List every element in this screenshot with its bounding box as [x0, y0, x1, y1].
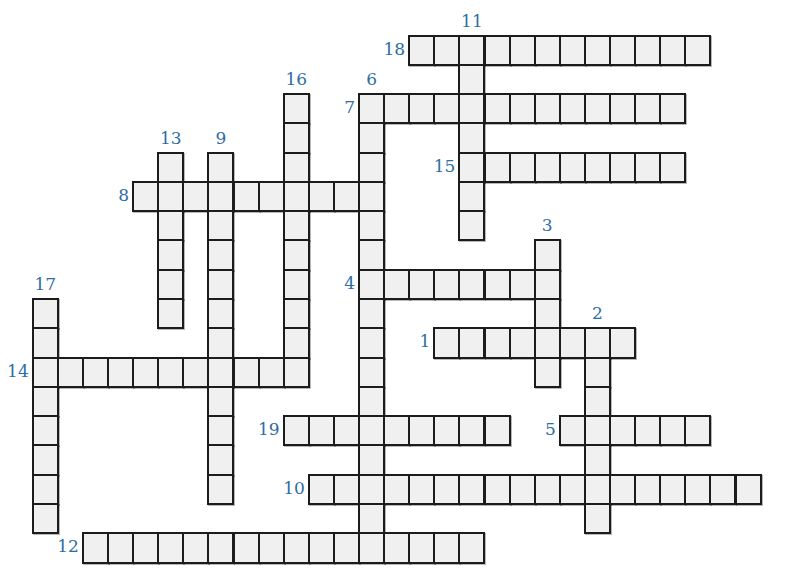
grid-cell[interactable] — [283, 152, 310, 183]
grid-cell[interactable] — [358, 239, 385, 270]
grid-cell[interactable] — [308, 474, 335, 505]
grid-cell[interactable] — [634, 152, 661, 183]
grid-cell[interactable] — [584, 474, 611, 505]
grid-cell[interactable] — [207, 327, 234, 358]
grid-cell[interactable] — [609, 415, 636, 446]
grid-cell[interactable] — [308, 181, 335, 212]
grid-cell[interactable] — [559, 415, 586, 446]
grid-cell[interactable] — [132, 532, 159, 563]
grid-cell[interactable] — [157, 269, 184, 300]
grid-cell[interactable] — [207, 269, 234, 300]
grid-cell[interactable] — [308, 532, 335, 563]
grid-cell[interactable] — [484, 93, 511, 124]
grid-cell[interactable] — [107, 357, 134, 388]
grid-cell[interactable] — [408, 269, 435, 300]
grid-cell[interactable] — [157, 298, 184, 329]
grid-cell[interactable] — [458, 532, 485, 563]
grid-cell[interactable] — [233, 532, 260, 563]
grid-cell[interactable] — [458, 327, 485, 358]
grid-cell[interactable] — [283, 239, 310, 270]
grid-cell[interactable] — [559, 152, 586, 183]
grid-cell[interactable] — [207, 415, 234, 446]
grid-cell[interactable] — [509, 152, 536, 183]
grid-cell[interactable] — [534, 152, 561, 183]
grid-cell[interactable] — [458, 181, 485, 212]
grid-cell[interactable] — [283, 415, 310, 446]
grid-cell[interactable] — [32, 415, 59, 446]
grid-cell[interactable] — [358, 298, 385, 329]
grid-cell[interactable] — [82, 357, 109, 388]
clue-number-down-16: 16 — [276, 68, 317, 90]
grid-cell[interactable] — [383, 269, 410, 300]
grid-cell[interactable] — [207, 210, 234, 241]
grid-cell[interactable] — [584, 357, 611, 388]
grid-cell[interactable] — [534, 357, 561, 388]
grid-cell[interactable] — [458, 152, 485, 183]
grid-cell[interactable] — [283, 210, 310, 241]
grid-cell[interactable] — [383, 93, 410, 124]
crossword-board: 14578101214151819236911131617 — [0, 0, 788, 586]
grid-cell[interactable] — [484, 415, 511, 446]
grid-cell[interactable] — [333, 532, 360, 563]
grid-cell[interactable] — [132, 357, 159, 388]
grid-cell[interactable] — [132, 181, 159, 212]
grid-cell[interactable] — [609, 35, 636, 66]
grid-cell[interactable] — [358, 532, 385, 563]
grid-cell[interactable] — [709, 474, 736, 505]
grid-cell[interactable] — [233, 357, 260, 388]
clue-number-down-6: 6 — [351, 68, 392, 90]
clue-number-across-14: 14 — [0, 357, 29, 386]
clue-number-down-11: 11 — [451, 10, 492, 32]
clue-number-across-12: 12 — [45, 532, 79, 561]
grid-cell[interactable] — [433, 35, 460, 66]
grid-cell[interactable] — [32, 503, 59, 534]
grid-cell[interactable] — [559, 474, 586, 505]
grid-cell[interactable] — [509, 93, 536, 124]
grid-cell[interactable] — [509, 269, 536, 300]
grid-cell[interactable] — [207, 298, 234, 329]
grid-cell[interactable] — [157, 210, 184, 241]
grid-cell[interactable] — [433, 269, 460, 300]
grid-cell[interactable] — [408, 474, 435, 505]
grid-cell[interactable] — [484, 152, 511, 183]
grid-cell[interactable] — [684, 35, 711, 66]
grid-cell[interactable] — [559, 35, 586, 66]
grid-cell[interactable] — [157, 181, 184, 212]
grid-cell[interactable] — [283, 122, 310, 153]
grid-cell[interactable] — [333, 415, 360, 446]
grid-cell[interactable] — [584, 327, 611, 358]
grid-cell[interactable] — [484, 327, 511, 358]
grid-cell[interactable] — [207, 444, 234, 475]
grid-cell[interactable] — [408, 532, 435, 563]
grid-cell[interactable] — [182, 532, 209, 563]
grid-cell[interactable] — [283, 269, 310, 300]
grid-cell[interactable] — [32, 386, 59, 417]
grid-cell[interactable] — [258, 532, 285, 563]
grid-cell[interactable] — [534, 327, 561, 358]
grid-cell[interactable] — [458, 269, 485, 300]
clue-number-across-18: 18 — [371, 35, 405, 64]
grid-cell[interactable] — [534, 269, 561, 300]
grid-cell[interactable] — [408, 93, 435, 124]
grid-cell[interactable] — [233, 181, 260, 212]
clue-number-down-3: 3 — [527, 214, 568, 236]
grid-cell[interactable] — [634, 35, 661, 66]
grid-cell[interactable] — [458, 210, 485, 241]
grid-cell[interactable] — [634, 415, 661, 446]
grid-cell[interactable] — [433, 93, 460, 124]
grid-cell[interactable] — [484, 474, 511, 505]
grid-cell[interactable] — [258, 357, 285, 388]
grid-cell[interactable] — [207, 386, 234, 417]
grid-cell[interactable] — [433, 532, 460, 563]
grid-cell[interactable] — [258, 181, 285, 212]
grid-cell[interactable] — [207, 152, 234, 183]
grid-cell[interactable] — [32, 474, 59, 505]
clue-number-down-2: 2 — [577, 302, 618, 324]
grid-cell[interactable] — [584, 444, 611, 475]
grid-cell[interactable] — [659, 35, 686, 66]
grid-cell[interactable] — [433, 415, 460, 446]
grid-cell[interactable] — [534, 239, 561, 270]
grid-cell[interactable] — [584, 93, 611, 124]
grid-cell[interactable] — [283, 93, 310, 124]
grid-cell[interactable] — [157, 152, 184, 183]
grid-cell[interactable] — [283, 357, 310, 388]
grid-cell[interactable] — [358, 93, 385, 124]
grid-cell[interactable] — [157, 357, 184, 388]
grid-cell[interactable] — [32, 357, 59, 388]
grid-cell[interactable] — [509, 327, 536, 358]
grid-cell[interactable] — [509, 474, 536, 505]
grid-cell[interactable] — [534, 93, 561, 124]
clue-number-down-9: 9 — [200, 127, 241, 149]
grid-cell[interactable] — [333, 474, 360, 505]
grid-cell[interactable] — [458, 415, 485, 446]
grid-cell[interactable] — [534, 298, 561, 329]
grid-cell[interactable] — [358, 269, 385, 300]
grid-cell[interactable] — [684, 474, 711, 505]
grid-cell[interactable] — [458, 64, 485, 95]
grid-cell[interactable] — [584, 503, 611, 534]
grid-cell[interactable] — [584, 415, 611, 446]
clue-number-across-19: 19 — [246, 415, 280, 444]
grid-cell[interactable] — [609, 327, 636, 358]
grid-cell[interactable] — [107, 532, 134, 563]
clue-number-across-5: 5 — [522, 415, 556, 444]
grid-cell[interactable] — [32, 444, 59, 475]
clue-number-down-13: 13 — [150, 127, 191, 149]
clue-number-across-15: 15 — [421, 152, 455, 181]
grid-cell[interactable] — [358, 503, 385, 534]
grid-cell[interactable] — [484, 269, 511, 300]
grid-cell[interactable] — [433, 327, 460, 358]
grid-cell[interactable] — [283, 298, 310, 329]
grid-cell[interactable] — [383, 474, 410, 505]
grid-cell[interactable] — [207, 181, 234, 212]
grid-cell[interactable] — [283, 532, 310, 563]
grid-cell[interactable] — [458, 474, 485, 505]
grid-cell[interactable] — [283, 327, 310, 358]
clue-number-across-4: 4 — [321, 269, 355, 298]
grid-cell[interactable] — [659, 474, 686, 505]
grid-cell[interactable] — [157, 532, 184, 563]
grid-cell[interactable] — [207, 474, 234, 505]
grid-cell[interactable] — [383, 415, 410, 446]
clue-number-across-8: 8 — [95, 181, 129, 210]
grid-cell[interactable] — [82, 532, 109, 563]
grid-cell[interactable] — [484, 35, 511, 66]
grid-cell[interactable] — [358, 122, 385, 153]
grid-cell[interactable] — [534, 35, 561, 66]
grid-cell[interactable] — [634, 93, 661, 124]
grid-cell[interactable] — [358, 152, 385, 183]
grid-cell[interactable] — [157, 239, 184, 270]
grid-cell[interactable] — [383, 532, 410, 563]
grid-cell[interactable] — [358, 474, 385, 505]
grid-cell[interactable] — [408, 415, 435, 446]
grid-cell[interactable] — [182, 357, 209, 388]
grid-cell[interactable] — [433, 474, 460, 505]
grid-cell[interactable] — [659, 415, 686, 446]
grid-cell[interactable] — [534, 474, 561, 505]
grid-cell[interactable] — [509, 35, 536, 66]
grid-cell[interactable] — [659, 152, 686, 183]
grid-cell[interactable] — [358, 415, 385, 446]
clue-number-across-10: 10 — [271, 474, 305, 503]
clue-number-across-1: 1 — [396, 327, 430, 356]
grid-cell[interactable] — [584, 152, 611, 183]
grid-cell[interactable] — [182, 181, 209, 212]
grid-cell[interactable] — [358, 181, 385, 212]
grid-cell[interactable] — [609, 152, 636, 183]
grid-cell[interactable] — [559, 327, 586, 358]
grid-cell[interactable] — [333, 181, 360, 212]
grid-cell[interactable] — [358, 444, 385, 475]
grid-cell[interactable] — [358, 210, 385, 241]
grid-cell[interactable] — [408, 35, 435, 66]
grid-cell[interactable] — [584, 35, 611, 66]
grid-cell[interactable] — [609, 474, 636, 505]
grid-cell[interactable] — [458, 35, 485, 66]
grid-cell[interactable] — [32, 298, 59, 329]
grid-cell[interactable] — [358, 327, 385, 358]
grid-cell[interactable] — [559, 93, 586, 124]
grid-cell[interactable] — [634, 474, 661, 505]
clue-number-across-7: 7 — [321, 93, 355, 122]
grid-cell[interactable] — [458, 93, 485, 124]
clue-number-down-17: 17 — [25, 273, 66, 295]
grid-cell[interactable] — [684, 415, 711, 446]
grid-cell[interactable] — [207, 239, 234, 270]
grid-cell[interactable] — [609, 93, 636, 124]
grid-cell[interactable] — [207, 532, 234, 563]
grid-cell[interactable] — [308, 415, 335, 446]
grid-cell[interactable] — [659, 93, 686, 124]
grid-cell[interactable] — [458, 122, 485, 153]
grid-cell[interactable] — [584, 386, 611, 417]
grid-cell[interactable] — [735, 474, 762, 505]
grid-cell[interactable] — [207, 357, 234, 388]
grid-cell[interactable] — [358, 357, 385, 388]
grid-cell[interactable] — [57, 357, 84, 388]
grid-cell[interactable] — [283, 181, 310, 212]
grid-cell[interactable] — [358, 386, 385, 417]
grid-cell[interactable] — [32, 327, 59, 358]
